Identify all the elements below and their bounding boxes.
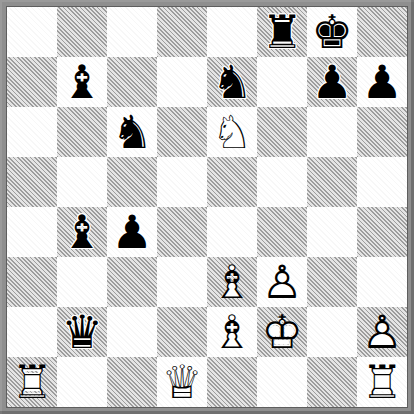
square-h8[interactable] xyxy=(357,7,407,57)
square-f8[interactable]: ♜ xyxy=(257,7,307,57)
black-knight: ♞ xyxy=(107,107,157,157)
black-pawn: ♟ xyxy=(357,57,407,107)
square-h3[interactable] xyxy=(357,257,407,307)
board-frame: ♜♚♝♞♟♟♞♞♘♝♟♝♗♟♙♛♝♗♚♔♟♙♜♖♛♕♜♖ xyxy=(0,0,414,414)
square-e4[interactable] xyxy=(207,207,257,257)
square-b7[interactable]: ♝ xyxy=(57,57,107,107)
black-bishop: ♝ xyxy=(57,57,107,107)
square-h5[interactable] xyxy=(357,157,407,207)
square-b1[interactable] xyxy=(57,357,107,407)
square-b4[interactable]: ♝ xyxy=(57,207,107,257)
piece-outline-layer: ♙ xyxy=(257,257,307,307)
square-e3[interactable]: ♝♗ xyxy=(207,257,257,307)
square-h7[interactable]: ♟ xyxy=(357,57,407,107)
white-pawn: ♟♙ xyxy=(357,307,407,357)
white-bishop: ♝♗ xyxy=(207,307,257,357)
black-king: ♚ xyxy=(307,7,357,57)
white-rook: ♜♖ xyxy=(7,357,57,407)
square-d6[interactable] xyxy=(157,107,207,157)
square-a3[interactable] xyxy=(7,257,57,307)
black-queen: ♛ xyxy=(57,307,107,357)
square-c1[interactable] xyxy=(107,357,157,407)
square-b6[interactable] xyxy=(57,107,107,157)
square-e2[interactable]: ♝♗ xyxy=(207,307,257,357)
square-g5[interactable] xyxy=(307,157,357,207)
square-a2[interactable] xyxy=(7,307,57,357)
piece-outline-layer: ♔ xyxy=(257,307,307,357)
white-pawn: ♟♙ xyxy=(257,257,307,307)
square-c8[interactable] xyxy=(107,7,157,57)
square-f5[interactable] xyxy=(257,157,307,207)
square-g6[interactable] xyxy=(307,107,357,157)
square-d3[interactable] xyxy=(157,257,207,307)
square-g4[interactable] xyxy=(307,207,357,257)
black-rook: ♜ xyxy=(257,7,307,57)
square-b2[interactable]: ♛ xyxy=(57,307,107,357)
square-c6[interactable]: ♞ xyxy=(107,107,157,157)
square-b3[interactable] xyxy=(57,257,107,307)
square-d8[interactable] xyxy=(157,7,207,57)
black-knight: ♞ xyxy=(207,57,257,107)
piece-glyph-layer: ♝ xyxy=(57,57,107,107)
piece-outline-layer: ♗ xyxy=(207,257,257,307)
square-h2[interactable]: ♟♙ xyxy=(357,307,407,357)
piece-glyph-layer: ♜ xyxy=(257,7,307,57)
square-a7[interactable] xyxy=(7,57,57,107)
square-a6[interactable] xyxy=(7,107,57,157)
square-f2[interactable]: ♚♔ xyxy=(257,307,307,357)
square-a1[interactable]: ♜♖ xyxy=(7,357,57,407)
piece-outline-layer: ♗ xyxy=(207,307,257,357)
black-pawn: ♟ xyxy=(307,57,357,107)
square-a8[interactable] xyxy=(7,7,57,57)
square-d2[interactable] xyxy=(157,307,207,357)
square-f3[interactable]: ♟♙ xyxy=(257,257,307,307)
piece-outline-layer: ♙ xyxy=(357,307,407,357)
square-e8[interactable] xyxy=(207,7,257,57)
white-knight: ♞♘ xyxy=(207,107,257,157)
square-h6[interactable] xyxy=(357,107,407,157)
square-d1[interactable]: ♛♕ xyxy=(157,357,207,407)
square-f1[interactable] xyxy=(257,357,307,407)
piece-glyph-layer: ♝ xyxy=(57,207,107,257)
square-c2[interactable] xyxy=(107,307,157,357)
piece-outline-layer: ♖ xyxy=(7,357,57,407)
square-g7[interactable]: ♟ xyxy=(307,57,357,107)
piece-glyph-layer: ♟ xyxy=(107,207,157,257)
square-h4[interactable] xyxy=(357,207,407,257)
square-c7[interactable] xyxy=(107,57,157,107)
square-c4[interactable]: ♟ xyxy=(107,207,157,257)
square-d4[interactable] xyxy=(157,207,207,257)
square-a5[interactable] xyxy=(7,157,57,207)
piece-glyph-layer: ♛ xyxy=(57,307,107,357)
square-f6[interactable] xyxy=(257,107,307,157)
square-e6[interactable]: ♞♘ xyxy=(207,107,257,157)
piece-outline-layer: ♖ xyxy=(357,357,407,407)
square-e1[interactable] xyxy=(207,357,257,407)
square-d5[interactable] xyxy=(157,157,207,207)
piece-outline-layer: ♕ xyxy=(157,357,207,407)
square-d7[interactable] xyxy=(157,57,207,107)
piece-glyph-layer: ♟ xyxy=(357,57,407,107)
piece-outline-layer: ♘ xyxy=(207,107,257,157)
piece-glyph-layer: ♞ xyxy=(107,107,157,157)
white-rook: ♜♖ xyxy=(357,357,407,407)
piece-glyph-layer: ♚ xyxy=(307,7,357,57)
square-h1[interactable]: ♜♖ xyxy=(357,357,407,407)
square-f4[interactable] xyxy=(257,207,307,257)
square-e5[interactable] xyxy=(207,157,257,207)
square-c5[interactable] xyxy=(107,157,157,207)
square-g8[interactable]: ♚ xyxy=(307,7,357,57)
white-bishop: ♝♗ xyxy=(207,257,257,307)
chess-board: ♜♚♝♞♟♟♞♞♘♝♟♝♗♟♙♛♝♗♚♔♟♙♜♖♛♕♜♖ xyxy=(7,7,407,407)
square-c3[interactable] xyxy=(107,257,157,307)
square-b8[interactable] xyxy=(57,7,107,57)
piece-glyph-layer: ♟ xyxy=(307,57,357,107)
square-a4[interactable] xyxy=(7,207,57,257)
square-e7[interactable]: ♞ xyxy=(207,57,257,107)
black-bishop: ♝ xyxy=(57,207,107,257)
white-king: ♚♔ xyxy=(257,307,307,357)
square-b5[interactable] xyxy=(57,157,107,207)
square-g3[interactable] xyxy=(307,257,357,307)
black-pawn: ♟ xyxy=(107,207,157,257)
square-f7[interactable] xyxy=(257,57,307,107)
white-queen: ♛♕ xyxy=(157,357,207,407)
square-g1[interactable] xyxy=(307,357,357,407)
piece-glyph-layer: ♞ xyxy=(207,57,257,107)
square-g2[interactable] xyxy=(307,307,357,357)
